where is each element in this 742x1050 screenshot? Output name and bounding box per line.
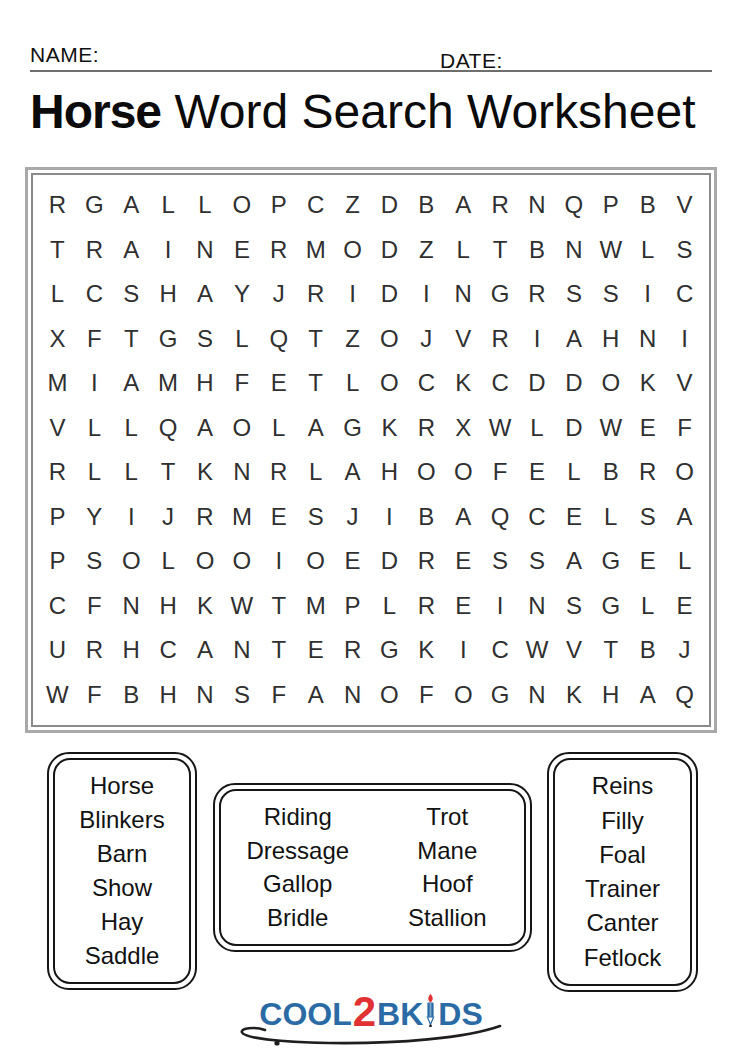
grid-cell[interactable]: C (76, 272, 113, 317)
word-list-middle-right: TrotManeHoofStallion (373, 797, 523, 938)
grid-cell[interactable]: T (297, 317, 334, 362)
grid-cell[interactable]: D (371, 272, 408, 317)
worksheet-page: NAME: DATE: Horse Word Search Worksheet … (0, 0, 742, 1050)
grid-cell[interactable]: D (555, 361, 592, 406)
grid-cell[interactable]: I (408, 272, 445, 317)
grid-cell[interactable]: F (76, 584, 113, 629)
grid-cell[interactable]: C (150, 628, 187, 673)
grid-cell[interactable]: G (371, 628, 408, 673)
grid-cell[interactable]: A (187, 272, 224, 317)
grid-cell[interactable]: M (297, 584, 334, 629)
grid-cell[interactable]: J (334, 495, 371, 540)
word-list-box-right: ReinsFillyFoalTrainerCanterFetlock (547, 752, 698, 992)
logo-text-ds: DS (438, 998, 482, 1030)
grid-cell[interactable]: E (334, 539, 371, 584)
grid-cell[interactable]: S (592, 272, 629, 317)
grid-cell[interactable]: I (519, 317, 556, 362)
grid-cell[interactable]: B (408, 495, 445, 540)
grid-cell[interactable]: L (555, 450, 592, 495)
grid-cell[interactable]: X (445, 406, 482, 451)
grid-cell[interactable]: X (39, 317, 76, 362)
grid-cell[interactable]: W (39, 673, 76, 718)
grid-cell[interactable]: A (113, 228, 150, 273)
grid-cell[interactable]: O (592, 361, 629, 406)
grid-cell[interactable]: W (592, 406, 629, 451)
grid-cell[interactable]: O (334, 228, 371, 273)
grid-cell[interactable]: A (629, 673, 666, 718)
grid-cell[interactable]: B (629, 628, 666, 673)
grid-cell[interactable]: P (592, 183, 629, 228)
header-rule (30, 70, 712, 72)
cool2bkids-logo: COOL2BK DS (0, 988, 742, 1049)
grid-cell[interactable]: A (555, 317, 592, 362)
grid-cell[interactable]: N (519, 584, 556, 629)
grid-cell[interactable]: O (297, 539, 334, 584)
word-list-box-middle: RidingDressageGallopBridle TrotManeHoofS… (213, 783, 532, 952)
word-canter: Canter (586, 909, 658, 937)
grid-cell[interactable]: G (592, 584, 629, 629)
grid-cell[interactable]: T (260, 584, 297, 629)
grid-cell[interactable]: V (666, 183, 703, 228)
grid-cell[interactable]: N (519, 183, 556, 228)
grid-cell[interactable]: O (445, 450, 482, 495)
grid-cell[interactable]: L (297, 450, 334, 495)
grid-cell[interactable]: H (150, 272, 187, 317)
grid-cell[interactable]: N (334, 673, 371, 718)
grid-cell[interactable]: T (260, 628, 297, 673)
grid-cell[interactable]: H (592, 673, 629, 718)
grid-cell[interactable]: O (371, 361, 408, 406)
grid-cell[interactable]: L (76, 406, 113, 451)
word-list-middle-left: RidingDressageGallopBridle (223, 797, 373, 938)
grid-cell[interactable]: A (297, 406, 334, 451)
word-reins: Reins (592, 772, 653, 800)
word-search-grid-frame: RGALLOPCZDBARNQPBVTRAINERMODZLTBNWLSLCSH… (25, 167, 717, 733)
grid-cell[interactable]: S (113, 272, 150, 317)
grid-cell[interactable]: B (408, 183, 445, 228)
grid-cell[interactable]: H (371, 450, 408, 495)
grid-cell[interactable]: Q (555, 183, 592, 228)
grid-cell[interactable]: R (519, 272, 556, 317)
grid-cell[interactable]: L (150, 539, 187, 584)
grid-cell[interactable]: I (445, 628, 482, 673)
grid-cell[interactable]: S (519, 539, 556, 584)
grid-cell[interactable]: R (408, 406, 445, 451)
grid-cell[interactable]: R (260, 228, 297, 273)
grid-cell[interactable]: I (76, 361, 113, 406)
word-mane: Mane (417, 837, 477, 865)
grid-cell[interactable]: M (39, 361, 76, 406)
grid-cell[interactable]: O (223, 183, 260, 228)
word-blinkers: Blinkers (79, 806, 164, 834)
grid-cell[interactable]: D (371, 228, 408, 273)
grid-cell[interactable]: Y (223, 272, 260, 317)
grid-cell[interactable]: R (39, 450, 76, 495)
grid-cell[interactable]: T (297, 361, 334, 406)
word-hay: Hay (101, 908, 144, 936)
grid-cell[interactable]: C (482, 628, 519, 673)
grid-cell[interactable]: T (482, 228, 519, 273)
grid-cell[interactable]: R (297, 272, 334, 317)
word-fetlock: Fetlock (584, 944, 661, 972)
grid-cell[interactable]: J (408, 317, 445, 362)
grid-cell[interactable]: V (555, 628, 592, 673)
grid-cell[interactable]: R (39, 183, 76, 228)
grid-cell[interactable]: K (371, 406, 408, 451)
grid-cell[interactable]: L (519, 406, 556, 451)
logo-text-bk: BK (377, 998, 423, 1030)
grid-cell[interactable]: F (408, 673, 445, 718)
grid-cell[interactable]: H (187, 361, 224, 406)
word-barn: Barn (97, 840, 148, 868)
grid-cell[interactable]: O (223, 406, 260, 451)
grid-cell[interactable]: A (445, 495, 482, 540)
grid-cell[interactable]: M (297, 228, 334, 273)
grid-cell[interactable]: D (519, 361, 556, 406)
grid-cell[interactable]: I (666, 317, 703, 362)
grid-cell[interactable]: Q (666, 673, 703, 718)
grid-cell[interactable]: G (334, 406, 371, 451)
grid-cell[interactable]: Y (76, 495, 113, 540)
grid-cell[interactable]: N (519, 673, 556, 718)
grid-cell[interactable]: R (482, 183, 519, 228)
grid-cell[interactable]: N (629, 317, 666, 362)
grid-cell[interactable]: D (371, 539, 408, 584)
grid-cell[interactable]: E (445, 584, 482, 629)
grid-cell[interactable]: D (555, 406, 592, 451)
title-bold: Horse (30, 85, 161, 138)
grid-cell[interactable]: E (260, 495, 297, 540)
grid-cell[interactable]: A (187, 628, 224, 673)
grid-cell[interactable]: G (76, 183, 113, 228)
pencil-icon (424, 994, 437, 1030)
grid-cell[interactable]: L (629, 584, 666, 629)
grid-cell[interactable]: S (629, 495, 666, 540)
grid-cell[interactable]: S (187, 317, 224, 362)
grid-cell[interactable]: G (482, 272, 519, 317)
grid-cell[interactable]: P (39, 539, 76, 584)
grid-cell[interactable]: S (76, 539, 113, 584)
grid-cell[interactable]: A (113, 361, 150, 406)
grid-cell[interactable]: P (260, 183, 297, 228)
word-trainer: Trainer (585, 875, 660, 903)
word-list-right: ReinsFillyFoalTrainerCanterFetlock (553, 758, 692, 986)
grid-cell[interactable]: B (519, 228, 556, 273)
grid-cell[interactable]: T (150, 450, 187, 495)
grid-cell[interactable]: K (187, 584, 224, 629)
grid-cell[interactable]: I (150, 228, 187, 273)
word-riding: Riding (264, 803, 332, 831)
grid-cell[interactable]: N (223, 450, 260, 495)
grid-cell[interactable]: N (187, 228, 224, 273)
grid-cell[interactable]: I (371, 495, 408, 540)
grid-cell[interactable]: F (76, 673, 113, 718)
grid-cell[interactable]: K (187, 450, 224, 495)
grid-cell[interactable]: N (113, 584, 150, 629)
word-list-box-left: HorseBlinkersBarnShowHaySaddle (47, 752, 197, 990)
grid-cell[interactable]: B (592, 450, 629, 495)
grid-cell[interactable]: H (592, 317, 629, 362)
name-label: NAME: (30, 43, 99, 67)
grid-cell[interactable]: A (555, 539, 592, 584)
grid-cell[interactable]: B (113, 673, 150, 718)
grid-cell[interactable]: O (408, 450, 445, 495)
word-search-grid: RGALLOPCZDBARNQPBVTRAINERMODZLTBNWLSLCSH… (31, 173, 711, 727)
grid-cell[interactable]: Z (334, 183, 371, 228)
grid-cell[interactable]: K (445, 361, 482, 406)
grid-cell[interactable]: Q (150, 406, 187, 451)
grid-cell[interactable]: C (39, 584, 76, 629)
grid-cell[interactable]: W (519, 628, 556, 673)
grid-cell[interactable]: L (592, 495, 629, 540)
grid-cell[interactable]: R (187, 495, 224, 540)
grid-cell[interactable]: O (113, 539, 150, 584)
grid-cell[interactable]: C (297, 183, 334, 228)
grid-cell[interactable]: H (113, 628, 150, 673)
grid-cell[interactable]: L (334, 361, 371, 406)
grid-cell[interactable]: S (555, 272, 592, 317)
grid-cell[interactable]: L (445, 228, 482, 273)
grid-cell[interactable]: T (113, 317, 150, 362)
grid-cell[interactable]: D (371, 183, 408, 228)
grid-cell[interactable]: O (223, 539, 260, 584)
grid-cell[interactable]: O (371, 673, 408, 718)
grid-cell[interactable]: C (519, 495, 556, 540)
grid-cell[interactable]: V (666, 361, 703, 406)
grid-cell[interactable]: L (113, 450, 150, 495)
grid-cell[interactable]: L (666, 539, 703, 584)
grid-cell[interactable]: W (592, 228, 629, 273)
grid-cell[interactable]: G (150, 317, 187, 362)
grid-cell[interactable]: P (334, 584, 371, 629)
grid-cell[interactable]: S (555, 584, 592, 629)
grid-cell[interactable]: O (445, 673, 482, 718)
grid-cell[interactable]: R (482, 317, 519, 362)
grid-cell[interactable]: A (445, 183, 482, 228)
grid-cell[interactable]: L (187, 183, 224, 228)
word-list-left: HorseBlinkersBarnShowHaySaddle (53, 758, 191, 984)
grid-cell[interactable]: K (555, 673, 592, 718)
grid-cell[interactable]: E (223, 228, 260, 273)
word-show: Show (92, 874, 152, 902)
grid-cell[interactable]: L (113, 406, 150, 451)
grid-cell[interactable]: Q (260, 317, 297, 362)
grid-cell[interactable]: R (76, 628, 113, 673)
grid-cell[interactable]: H (150, 673, 187, 718)
grid-cell[interactable]: L (223, 317, 260, 362)
grid-cell[interactable]: I (482, 584, 519, 629)
grid-cell[interactable]: Q (482, 495, 519, 540)
grid-cell[interactable]: A (666, 495, 703, 540)
word-gallop: Gallop (263, 870, 332, 898)
grid-cell[interactable]: L (39, 272, 76, 317)
grid-cell[interactable]: F (223, 361, 260, 406)
grid-cell[interactable]: N (223, 628, 260, 673)
word-foal: Foal (599, 841, 646, 869)
grid-cell[interactable]: R (629, 450, 666, 495)
grid-cell[interactable]: E (629, 406, 666, 451)
grid-cell[interactable]: J (260, 272, 297, 317)
grid-cell[interactable]: J (150, 495, 187, 540)
grid-cell[interactable]: B (629, 183, 666, 228)
grid-cell[interactable]: L (260, 406, 297, 451)
grid-cell[interactable]: C (666, 272, 703, 317)
grid-cell[interactable]: I (113, 495, 150, 540)
word-trot: Trot (426, 803, 468, 831)
grid-cell[interactable]: I (334, 272, 371, 317)
grid-cell[interactable]: L (371, 584, 408, 629)
grid-cell[interactable]: F (482, 450, 519, 495)
grid-cell[interactable]: O (371, 317, 408, 362)
grid-cell[interactable]: M (223, 495, 260, 540)
grid-cell[interactable]: S (482, 539, 519, 584)
grid-cell[interactable]: E (297, 628, 334, 673)
grid-cell[interactable]: R (334, 628, 371, 673)
logo-text-two: 2 (353, 991, 376, 1033)
grid-cell[interactable]: L (150, 183, 187, 228)
grid-cell[interactable]: N (187, 673, 224, 718)
grid-cell[interactable]: A (297, 673, 334, 718)
grid-cell[interactable]: A (187, 406, 224, 451)
grid-cell[interactable]: E (555, 495, 592, 540)
word-dressage: Dressage (246, 837, 349, 865)
grid-cell[interactable]: S (666, 228, 703, 273)
grid-cell[interactable]: N (555, 228, 592, 273)
grid-cell[interactable]: R (260, 450, 297, 495)
grid-cell[interactable]: M (150, 361, 187, 406)
grid-cell[interactable]: W (482, 406, 519, 451)
grid-cell[interactable]: T (39, 228, 76, 273)
logo-text-cool: COOL (259, 998, 351, 1030)
grid-cell[interactable]: V (39, 406, 76, 451)
title-regular: Word Search Worksheet (174, 85, 695, 138)
grid-cell[interactable]: R (408, 584, 445, 629)
word-saddle: Saddle (85, 942, 160, 970)
grid-cell[interactable]: N (445, 272, 482, 317)
grid-cell[interactable]: R (408, 539, 445, 584)
word-filly: Filly (601, 807, 644, 835)
grid-cell[interactable]: O (666, 450, 703, 495)
grid-cell[interactable]: W (223, 584, 260, 629)
grid-cell[interactable]: E (666, 584, 703, 629)
grid-cell[interactable]: G (482, 673, 519, 718)
grid-cell[interactable]: S (223, 673, 260, 718)
grid-cell[interactable]: E (260, 361, 297, 406)
word-bridle: Bridle (267, 904, 328, 932)
grid-cell[interactable]: E (445, 539, 482, 584)
grid-cell[interactable]: Z (334, 317, 371, 362)
word-horse: Horse (90, 772, 154, 800)
word-stallion: Stallion (408, 904, 487, 932)
grid-cell[interactable]: L (76, 450, 113, 495)
grid-cell[interactable]: S (297, 495, 334, 540)
grid-cell[interactable]: J (666, 628, 703, 673)
grid-cell[interactable]: R (76, 228, 113, 273)
grid-cell[interactable]: O (187, 539, 224, 584)
grid-cell[interactable]: I (260, 539, 297, 584)
grid-cell[interactable]: I (629, 272, 666, 317)
grid-cell[interactable]: U (39, 628, 76, 673)
grid-cell[interactable]: V (445, 317, 482, 362)
grid-cell[interactable]: C (408, 361, 445, 406)
grid-cell[interactable]: T (592, 628, 629, 673)
grid-cell[interactable]: G (592, 539, 629, 584)
word-hoof: Hoof (422, 870, 473, 898)
grid-cell[interactable]: A (113, 183, 150, 228)
grid-cell[interactable]: P (39, 495, 76, 540)
grid-cell[interactable]: F (76, 317, 113, 362)
grid-cell[interactable]: C (482, 361, 519, 406)
grid-cell[interactable]: E (629, 539, 666, 584)
grid-cell[interactable]: K (629, 361, 666, 406)
grid-cell[interactable]: Z (408, 228, 445, 273)
grid-cell[interactable]: A (334, 450, 371, 495)
grid-cell[interactable]: F (666, 406, 703, 451)
grid-cell[interactable]: H (150, 584, 187, 629)
grid-cell[interactable]: F (260, 673, 297, 718)
grid-cell[interactable]: L (629, 228, 666, 273)
grid-cell[interactable]: K (408, 628, 445, 673)
grid-cell[interactable]: E (519, 450, 556, 495)
page-title: Horse Word Search Worksheet (30, 84, 696, 139)
